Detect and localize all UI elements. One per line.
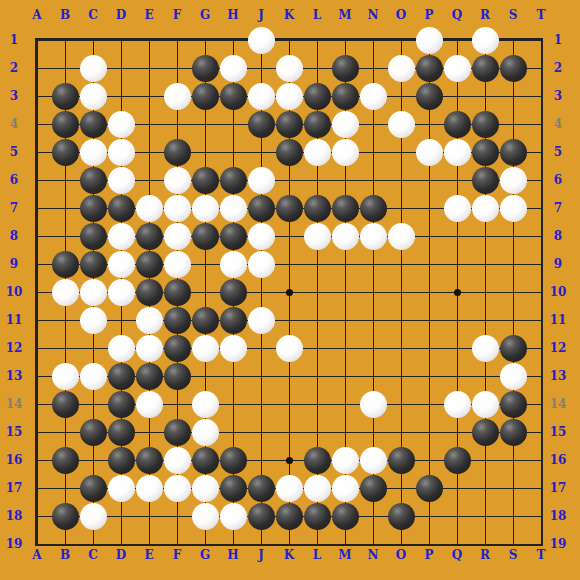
board-point-F17[interactable] xyxy=(163,474,191,502)
board-point-A18[interactable] xyxy=(23,502,51,530)
board-point-E9[interactable] xyxy=(135,250,163,278)
board-point-H18[interactable] xyxy=(219,502,247,530)
board-point-O7[interactable] xyxy=(387,194,415,222)
board-point-C14[interactable] xyxy=(79,390,107,418)
board-point-C2[interactable] xyxy=(79,54,107,82)
board-point-N7[interactable] xyxy=(359,194,387,222)
board-point-T11[interactable] xyxy=(527,306,555,334)
board-point-B12[interactable] xyxy=(51,334,79,362)
board-point-D3[interactable] xyxy=(107,82,135,110)
board-point-L8[interactable] xyxy=(303,222,331,250)
board-point-J2[interactable] xyxy=(247,54,275,82)
board-point-R17[interactable] xyxy=(471,474,499,502)
board-point-Q14[interactable] xyxy=(443,390,471,418)
board-point-B14[interactable] xyxy=(51,390,79,418)
board-point-E14[interactable] xyxy=(135,390,163,418)
board-point-S5[interactable] xyxy=(499,138,527,166)
board-point-B18[interactable] xyxy=(51,502,79,530)
board-point-O5[interactable] xyxy=(387,138,415,166)
board-point-Q12[interactable] xyxy=(443,334,471,362)
board-point-J12[interactable] xyxy=(247,334,275,362)
board-point-O16[interactable] xyxy=(387,446,415,474)
board-point-T1[interactable] xyxy=(527,26,555,54)
board-point-A2[interactable] xyxy=(23,54,51,82)
board-point-M18[interactable] xyxy=(331,502,359,530)
board-point-Q9[interactable] xyxy=(443,250,471,278)
board-point-A11[interactable] xyxy=(23,306,51,334)
board-point-P11[interactable] xyxy=(415,306,443,334)
board-point-P15[interactable] xyxy=(415,418,443,446)
board-point-J10[interactable] xyxy=(247,278,275,306)
board-point-Q4[interactable] xyxy=(443,110,471,138)
board-point-N12[interactable] xyxy=(359,334,387,362)
board-point-G19[interactable] xyxy=(191,530,219,558)
board-point-M12[interactable] xyxy=(331,334,359,362)
board-point-P8[interactable] xyxy=(415,222,443,250)
board-point-S12[interactable] xyxy=(499,334,527,362)
board-point-S10[interactable] xyxy=(499,278,527,306)
board-point-M1[interactable] xyxy=(331,26,359,54)
board-point-D10[interactable] xyxy=(107,278,135,306)
board-point-M17[interactable] xyxy=(331,474,359,502)
board-point-K17[interactable] xyxy=(275,474,303,502)
board-point-R7[interactable] xyxy=(471,194,499,222)
board-point-K10[interactable] xyxy=(275,278,303,306)
board-point-Q18[interactable] xyxy=(443,502,471,530)
board-point-B3[interactable] xyxy=(51,82,79,110)
board-point-B13[interactable] xyxy=(51,362,79,390)
board-point-S9[interactable] xyxy=(499,250,527,278)
board-point-N8[interactable] xyxy=(359,222,387,250)
board-point-G9[interactable] xyxy=(191,250,219,278)
board-point-B19[interactable] xyxy=(51,530,79,558)
board-point-N17[interactable] xyxy=(359,474,387,502)
board-point-E7[interactable] xyxy=(135,194,163,222)
board-point-M6[interactable] xyxy=(331,166,359,194)
board-point-G2[interactable] xyxy=(191,54,219,82)
board-point-C8[interactable] xyxy=(79,222,107,250)
board-point-A5[interactable] xyxy=(23,138,51,166)
board-point-N6[interactable] xyxy=(359,166,387,194)
board-point-J14[interactable] xyxy=(247,390,275,418)
board-point-G8[interactable] xyxy=(191,222,219,250)
board-point-J5[interactable] xyxy=(247,138,275,166)
board-point-K2[interactable] xyxy=(275,54,303,82)
board-point-H12[interactable] xyxy=(219,334,247,362)
board-point-F1[interactable] xyxy=(163,26,191,54)
board-point-C17[interactable] xyxy=(79,474,107,502)
board-point-G7[interactable] xyxy=(191,194,219,222)
board-point-K9[interactable] xyxy=(275,250,303,278)
board-point-L16[interactable] xyxy=(303,446,331,474)
board-point-P7[interactable] xyxy=(415,194,443,222)
board-point-O9[interactable] xyxy=(387,250,415,278)
board-point-C19[interactable] xyxy=(79,530,107,558)
board-point-A16[interactable] xyxy=(23,446,51,474)
board-point-J1[interactable] xyxy=(247,26,275,54)
board-point-C18[interactable] xyxy=(79,502,107,530)
board-point-G14[interactable] xyxy=(191,390,219,418)
board-point-E11[interactable] xyxy=(135,306,163,334)
board-point-J16[interactable] xyxy=(247,446,275,474)
board-point-A8[interactable] xyxy=(23,222,51,250)
board-point-R8[interactable] xyxy=(471,222,499,250)
board-point-G18[interactable] xyxy=(191,502,219,530)
board-point-P18[interactable] xyxy=(415,502,443,530)
board-point-N10[interactable] xyxy=(359,278,387,306)
board-point-O14[interactable] xyxy=(387,390,415,418)
board-point-K18[interactable] xyxy=(275,502,303,530)
board-point-E13[interactable] xyxy=(135,362,163,390)
board-point-G12[interactable] xyxy=(191,334,219,362)
board-point-T6[interactable] xyxy=(527,166,555,194)
board-point-F13[interactable] xyxy=(163,362,191,390)
board-point-C11[interactable] xyxy=(79,306,107,334)
board-point-O6[interactable] xyxy=(387,166,415,194)
board-point-F16[interactable] xyxy=(163,446,191,474)
board-point-Q8[interactable] xyxy=(443,222,471,250)
board-point-O1[interactable] xyxy=(387,26,415,54)
board-point-A13[interactable] xyxy=(23,362,51,390)
board-point-L7[interactable] xyxy=(303,194,331,222)
board-point-D19[interactable] xyxy=(107,530,135,558)
board-point-O13[interactable] xyxy=(387,362,415,390)
board-point-G17[interactable] xyxy=(191,474,219,502)
board-point-N16[interactable] xyxy=(359,446,387,474)
board-point-D13[interactable] xyxy=(107,362,135,390)
board-point-F15[interactable] xyxy=(163,418,191,446)
board-point-L19[interactable] xyxy=(303,530,331,558)
board-point-J11[interactable] xyxy=(247,306,275,334)
board-point-S8[interactable] xyxy=(499,222,527,250)
board-point-M19[interactable] xyxy=(331,530,359,558)
board-point-N2[interactable] xyxy=(359,54,387,82)
board-point-G6[interactable] xyxy=(191,166,219,194)
board-point-E19[interactable] xyxy=(135,530,163,558)
board-point-E16[interactable] xyxy=(135,446,163,474)
board-point-H17[interactable] xyxy=(219,474,247,502)
board-point-R14[interactable] xyxy=(471,390,499,418)
board-point-Q19[interactable] xyxy=(443,530,471,558)
board-point-R11[interactable] xyxy=(471,306,499,334)
board-point-A10[interactable] xyxy=(23,278,51,306)
board-point-P17[interactable] xyxy=(415,474,443,502)
board-point-L11[interactable] xyxy=(303,306,331,334)
board-point-M15[interactable] xyxy=(331,418,359,446)
board-point-F8[interactable] xyxy=(163,222,191,250)
board-point-B11[interactable] xyxy=(51,306,79,334)
board-point-C4[interactable] xyxy=(79,110,107,138)
board-point-T17[interactable] xyxy=(527,474,555,502)
board-point-S2[interactable] xyxy=(499,54,527,82)
board-point-K1[interactable] xyxy=(275,26,303,54)
board-point-H15[interactable] xyxy=(219,418,247,446)
board-point-C1[interactable] xyxy=(79,26,107,54)
board-point-C10[interactable] xyxy=(79,278,107,306)
board-point-E3[interactable] xyxy=(135,82,163,110)
board-point-R18[interactable] xyxy=(471,502,499,530)
board-point-N15[interactable] xyxy=(359,418,387,446)
board-point-G13[interactable] xyxy=(191,362,219,390)
board-point-D7[interactable] xyxy=(107,194,135,222)
board-point-S13[interactable] xyxy=(499,362,527,390)
board-point-H19[interactable] xyxy=(219,530,247,558)
board-point-Q5[interactable] xyxy=(443,138,471,166)
board-point-B1[interactable] xyxy=(51,26,79,54)
board-point-J17[interactable] xyxy=(247,474,275,502)
board-point-J18[interactable] xyxy=(247,502,275,530)
board-point-S4[interactable] xyxy=(499,110,527,138)
board-point-M5[interactable] xyxy=(331,138,359,166)
board-point-E2[interactable] xyxy=(135,54,163,82)
board-point-K7[interactable] xyxy=(275,194,303,222)
board-point-T7[interactable] xyxy=(527,194,555,222)
board-point-M9[interactable] xyxy=(331,250,359,278)
board-point-P1[interactable] xyxy=(415,26,443,54)
board-point-P10[interactable] xyxy=(415,278,443,306)
board-point-A14[interactable] xyxy=(23,390,51,418)
board-point-L13[interactable] xyxy=(303,362,331,390)
board-point-E18[interactable] xyxy=(135,502,163,530)
board-point-D11[interactable] xyxy=(107,306,135,334)
board-point-C15[interactable] xyxy=(79,418,107,446)
board-point-O3[interactable] xyxy=(387,82,415,110)
board-point-P5[interactable] xyxy=(415,138,443,166)
board-point-H9[interactable] xyxy=(219,250,247,278)
board-point-E15[interactable] xyxy=(135,418,163,446)
board-point-H1[interactable] xyxy=(219,26,247,54)
board-point-H7[interactable] xyxy=(219,194,247,222)
board-point-E1[interactable] xyxy=(135,26,163,54)
board-point-F7[interactable] xyxy=(163,194,191,222)
board-point-Q13[interactable] xyxy=(443,362,471,390)
board-point-G16[interactable] xyxy=(191,446,219,474)
board-point-T16[interactable] xyxy=(527,446,555,474)
board-point-E8[interactable] xyxy=(135,222,163,250)
board-point-Q11[interactable] xyxy=(443,306,471,334)
board-point-T4[interactable] xyxy=(527,110,555,138)
board-point-K8[interactable] xyxy=(275,222,303,250)
board-point-L14[interactable] xyxy=(303,390,331,418)
board-point-H11[interactable] xyxy=(219,306,247,334)
board-point-E12[interactable] xyxy=(135,334,163,362)
board-point-D18[interactable] xyxy=(107,502,135,530)
board-point-M2[interactable] xyxy=(331,54,359,82)
board-point-E10[interactable] xyxy=(135,278,163,306)
board-point-Q16[interactable] xyxy=(443,446,471,474)
board-point-D16[interactable] xyxy=(107,446,135,474)
board-point-A9[interactable] xyxy=(23,250,51,278)
board-point-L10[interactable] xyxy=(303,278,331,306)
board-point-M7[interactable] xyxy=(331,194,359,222)
board-point-Q3[interactable] xyxy=(443,82,471,110)
board-point-T18[interactable] xyxy=(527,502,555,530)
board-point-L6[interactable] xyxy=(303,166,331,194)
board-point-J4[interactable] xyxy=(247,110,275,138)
board-point-F6[interactable] xyxy=(163,166,191,194)
board-point-J9[interactable] xyxy=(247,250,275,278)
board-point-T19[interactable] xyxy=(527,530,555,558)
board-point-L3[interactable] xyxy=(303,82,331,110)
board-point-O15[interactable] xyxy=(387,418,415,446)
board-point-Q2[interactable] xyxy=(443,54,471,82)
board-point-K5[interactable] xyxy=(275,138,303,166)
board-point-C6[interactable] xyxy=(79,166,107,194)
board-point-C5[interactable] xyxy=(79,138,107,166)
board-point-N3[interactable] xyxy=(359,82,387,110)
board-point-P6[interactable] xyxy=(415,166,443,194)
board-point-D2[interactable] xyxy=(107,54,135,82)
board-point-K6[interactable] xyxy=(275,166,303,194)
board-point-R2[interactable] xyxy=(471,54,499,82)
board-point-D8[interactable] xyxy=(107,222,135,250)
board-point-O17[interactable] xyxy=(387,474,415,502)
board-point-P19[interactable] xyxy=(415,530,443,558)
board-point-R6[interactable] xyxy=(471,166,499,194)
board-point-D5[interactable] xyxy=(107,138,135,166)
board-point-D1[interactable] xyxy=(107,26,135,54)
board-point-O2[interactable] xyxy=(387,54,415,82)
board-point-A19[interactable] xyxy=(23,530,51,558)
board-point-P12[interactable] xyxy=(415,334,443,362)
board-point-T3[interactable] xyxy=(527,82,555,110)
board-point-N18[interactable] xyxy=(359,502,387,530)
board-point-S15[interactable] xyxy=(499,418,527,446)
board-point-K13[interactable] xyxy=(275,362,303,390)
board-point-E4[interactable] xyxy=(135,110,163,138)
board-point-A6[interactable] xyxy=(23,166,51,194)
board-point-K19[interactable] xyxy=(275,530,303,558)
board-point-C13[interactable] xyxy=(79,362,107,390)
board-point-E17[interactable] xyxy=(135,474,163,502)
board-point-S16[interactable] xyxy=(499,446,527,474)
board-point-J19[interactable] xyxy=(247,530,275,558)
board-point-S17[interactable] xyxy=(499,474,527,502)
board-point-M3[interactable] xyxy=(331,82,359,110)
board-point-P16[interactable] xyxy=(415,446,443,474)
board-point-H16[interactable] xyxy=(219,446,247,474)
board-point-L4[interactable] xyxy=(303,110,331,138)
board-point-M14[interactable] xyxy=(331,390,359,418)
board-point-N19[interactable] xyxy=(359,530,387,558)
board-point-T12[interactable] xyxy=(527,334,555,362)
board-point-H4[interactable] xyxy=(219,110,247,138)
board-point-A4[interactable] xyxy=(23,110,51,138)
board-point-G15[interactable] xyxy=(191,418,219,446)
board-point-T13[interactable] xyxy=(527,362,555,390)
board-point-B5[interactable] xyxy=(51,138,79,166)
board-point-T9[interactable] xyxy=(527,250,555,278)
board-point-F18[interactable] xyxy=(163,502,191,530)
board-point-B10[interactable] xyxy=(51,278,79,306)
board-point-A17[interactable] xyxy=(23,474,51,502)
board-point-J8[interactable] xyxy=(247,222,275,250)
board-point-A1[interactable] xyxy=(23,26,51,54)
board-point-B17[interactable] xyxy=(51,474,79,502)
board-point-L9[interactable] xyxy=(303,250,331,278)
board-point-A7[interactable] xyxy=(23,194,51,222)
board-point-E5[interactable] xyxy=(135,138,163,166)
board-point-O10[interactable] xyxy=(387,278,415,306)
board-point-T15[interactable] xyxy=(527,418,555,446)
board-point-O8[interactable] xyxy=(387,222,415,250)
board-point-N14[interactable] xyxy=(359,390,387,418)
board-point-S6[interactable] xyxy=(499,166,527,194)
board-point-R15[interactable] xyxy=(471,418,499,446)
board-point-Q10[interactable] xyxy=(443,278,471,306)
board-point-F9[interactable] xyxy=(163,250,191,278)
board-point-R4[interactable] xyxy=(471,110,499,138)
board-point-F10[interactable] xyxy=(163,278,191,306)
board-point-G1[interactable] xyxy=(191,26,219,54)
board-point-H2[interactable] xyxy=(219,54,247,82)
board-point-F5[interactable] xyxy=(163,138,191,166)
board-point-O18[interactable] xyxy=(387,502,415,530)
board-point-L17[interactable] xyxy=(303,474,331,502)
board-point-P9[interactable] xyxy=(415,250,443,278)
board-point-N9[interactable] xyxy=(359,250,387,278)
board-point-K3[interactable] xyxy=(275,82,303,110)
board-point-J3[interactable] xyxy=(247,82,275,110)
board-point-F4[interactable] xyxy=(163,110,191,138)
board-point-H14[interactable] xyxy=(219,390,247,418)
board-point-L18[interactable] xyxy=(303,502,331,530)
board-point-C7[interactable] xyxy=(79,194,107,222)
board-point-N5[interactable] xyxy=(359,138,387,166)
board-point-N1[interactable] xyxy=(359,26,387,54)
board-point-K12[interactable] xyxy=(275,334,303,362)
board-point-O4[interactable] xyxy=(387,110,415,138)
board-point-H5[interactable] xyxy=(219,138,247,166)
board-point-K4[interactable] xyxy=(275,110,303,138)
board-point-R19[interactable] xyxy=(471,530,499,558)
board-point-C12[interactable] xyxy=(79,334,107,362)
board-point-J6[interactable] xyxy=(247,166,275,194)
board-point-L5[interactable] xyxy=(303,138,331,166)
board-point-S7[interactable] xyxy=(499,194,527,222)
board-point-D9[interactable] xyxy=(107,250,135,278)
board-point-R5[interactable] xyxy=(471,138,499,166)
board-point-S18[interactable] xyxy=(499,502,527,530)
board-point-G11[interactable] xyxy=(191,306,219,334)
board-point-T8[interactable] xyxy=(527,222,555,250)
board-point-B2[interactable] xyxy=(51,54,79,82)
board-point-T10[interactable] xyxy=(527,278,555,306)
board-point-G3[interactable] xyxy=(191,82,219,110)
board-point-F19[interactable] xyxy=(163,530,191,558)
board-point-Q17[interactable] xyxy=(443,474,471,502)
board-point-B16[interactable] xyxy=(51,446,79,474)
board-point-L2[interactable] xyxy=(303,54,331,82)
board-point-P4[interactable] xyxy=(415,110,443,138)
board-point-H3[interactable] xyxy=(219,82,247,110)
board-point-M4[interactable] xyxy=(331,110,359,138)
board-point-H13[interactable] xyxy=(219,362,247,390)
board-point-H8[interactable] xyxy=(219,222,247,250)
board-point-S3[interactable] xyxy=(499,82,527,110)
board-point-K14[interactable] xyxy=(275,390,303,418)
board-point-N13[interactable] xyxy=(359,362,387,390)
board-point-D6[interactable] xyxy=(107,166,135,194)
board-point-R12[interactable] xyxy=(471,334,499,362)
board-point-C16[interactable] xyxy=(79,446,107,474)
board-point-M11[interactable] xyxy=(331,306,359,334)
board-point-G10[interactable] xyxy=(191,278,219,306)
board-point-M13[interactable] xyxy=(331,362,359,390)
board-point-J7[interactable] xyxy=(247,194,275,222)
board-point-R13[interactable] xyxy=(471,362,499,390)
board-point-Q7[interactable] xyxy=(443,194,471,222)
